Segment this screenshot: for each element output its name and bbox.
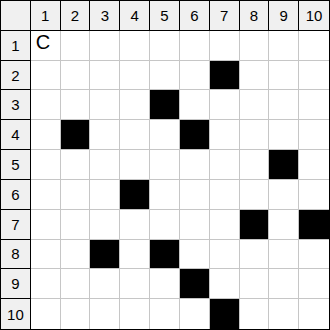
letter-cell-r1c1[interactable]: C [31, 31, 61, 61]
row-header-2[interactable]: 2 [1, 61, 31, 91]
grid-cell-r3c6[interactable] [180, 90, 210, 120]
grid-cell-r5c7[interactable] [210, 150, 240, 180]
black-cell-r9c6[interactable] [180, 269, 210, 299]
grid-cell-r5c10[interactable] [299, 150, 329, 180]
grid-cell-r1c7[interactable] [210, 31, 240, 61]
row-header-9[interactable]: 9 [1, 269, 31, 299]
col-header-1[interactable]: 1 [31, 1, 61, 31]
grid-cell-r2c6[interactable] [180, 61, 210, 91]
grid-cell-r9c10[interactable] [299, 269, 329, 299]
grid-cell-r6c5[interactable] [150, 180, 180, 210]
grid-cell-r2c10[interactable] [299, 61, 329, 91]
grid-cell-r2c1[interactable] [31, 61, 61, 91]
col-header-5[interactable]: 5 [150, 1, 180, 31]
grid-cell-r9c4[interactable] [120, 269, 150, 299]
grid-cell-r7c7[interactable] [210, 210, 240, 240]
grid-cell-r10c4[interactable] [120, 299, 150, 329]
grid-cell-r7c6[interactable] [180, 210, 210, 240]
grid-cell-r6c6[interactable] [180, 180, 210, 210]
grid-cell-r8c7[interactable] [210, 240, 240, 270]
grid-cell-r5c1[interactable] [31, 150, 61, 180]
grid-cell-r8c4[interactable] [120, 240, 150, 270]
grid-cell-r3c10[interactable] [299, 90, 329, 120]
row-header-3[interactable]: 3 [1, 90, 31, 120]
grid-cell-r8c1[interactable] [31, 240, 61, 270]
grid-cell-r4c5[interactable] [150, 120, 180, 150]
grid-cell-r6c1[interactable] [31, 180, 61, 210]
col-header-2[interactable]: 2 [61, 1, 91, 31]
grid-cell-r7c3[interactable] [90, 210, 120, 240]
grid-cell-r7c4[interactable] [120, 210, 150, 240]
col-header-9[interactable]: 9 [269, 1, 299, 31]
grid-cell-r8c2[interactable] [61, 240, 91, 270]
grid-cell-r6c10[interactable] [299, 180, 329, 210]
grid-cell-r6c3[interactable] [90, 180, 120, 210]
black-cell-r2c7[interactable] [210, 61, 240, 91]
grid-cell-r5c3[interactable] [90, 150, 120, 180]
grid-cell-r4c7[interactable] [210, 120, 240, 150]
grid-cell-r1c8[interactable] [240, 31, 270, 61]
grid-cell-r3c4[interactable] [120, 90, 150, 120]
grid-cell-r7c9[interactable] [269, 210, 299, 240]
grid-cell-r8c10[interactable] [299, 240, 329, 270]
grid-cell-r10c10[interactable] [299, 299, 329, 329]
grid-cell-r10c5[interactable] [150, 299, 180, 329]
grid-cell-r8c6[interactable] [180, 240, 210, 270]
grid-cell-r4c1[interactable] [31, 120, 61, 150]
grid-cell-r6c9[interactable] [269, 180, 299, 210]
black-cell-r8c5[interactable] [150, 240, 180, 270]
grid-cell-r2c5[interactable] [150, 61, 180, 91]
row-header-5[interactable]: 5 [1, 150, 31, 180]
row-header-7[interactable]: 7 [1, 210, 31, 240]
black-cell-r7c8[interactable] [240, 210, 270, 240]
grid-cell-r5c6[interactable] [180, 150, 210, 180]
grid-cell-r4c3[interactable] [90, 120, 120, 150]
grid-cell-r7c1[interactable] [31, 210, 61, 240]
grid-cell-r3c8[interactable] [240, 90, 270, 120]
grid-cell-r10c3[interactable] [90, 299, 120, 329]
grid-cell-r1c6[interactable] [180, 31, 210, 61]
puzzle-board: 123456789101C2345678910 [0, 0, 330, 330]
grid-cell-r10c2[interactable] [61, 299, 91, 329]
grid-cell-r4c4[interactable] [120, 120, 150, 150]
grid-cell-r10c1[interactable] [31, 299, 61, 329]
row-header-4[interactable]: 4 [1, 120, 31, 150]
grid-cell-r5c5[interactable] [150, 150, 180, 180]
grid-cell-r1c4[interactable] [120, 31, 150, 61]
grid-cell-r6c7[interactable] [210, 180, 240, 210]
black-cell-r4c2[interactable] [61, 120, 91, 150]
grid-cell-r1c5[interactable] [150, 31, 180, 61]
black-cell-r4c6[interactable] [180, 120, 210, 150]
grid-cell-r2c9[interactable] [269, 61, 299, 91]
black-cell-r5c9[interactable] [269, 150, 299, 180]
grid-cell-r9c2[interactable] [61, 269, 91, 299]
grid-cell-r8c8[interactable] [240, 240, 270, 270]
row-header-1[interactable]: 1 [1, 31, 31, 61]
grid-cell-r3c2[interactable] [61, 90, 91, 120]
grid-cell-r5c4[interactable] [120, 150, 150, 180]
grid-cell-r2c4[interactable] [120, 61, 150, 91]
grid-cell-r10c8[interactable] [240, 299, 270, 329]
black-cell-r7c10[interactable] [299, 210, 329, 240]
row-header-8[interactable]: 8 [1, 240, 31, 270]
grid-cell-r9c8[interactable] [240, 269, 270, 299]
grid-cell-r4c8[interactable] [240, 120, 270, 150]
grid-cell-r3c3[interactable] [90, 90, 120, 120]
grid-cell-r3c7[interactable] [210, 90, 240, 120]
grid-cell-r9c1[interactable] [31, 269, 61, 299]
grid-cell-r10c6[interactable] [180, 299, 210, 329]
grid-cell-r1c10[interactable] [299, 31, 329, 61]
grid-cell-r2c8[interactable] [240, 61, 270, 91]
grid-cell-r5c8[interactable] [240, 150, 270, 180]
grid-cell-r6c8[interactable] [240, 180, 270, 210]
grid-cell-r9c9[interactable] [269, 269, 299, 299]
col-header-7[interactable]: 7 [210, 1, 240, 31]
black-cell-r6c4[interactable] [120, 180, 150, 210]
black-cell-r10c7[interactable] [210, 299, 240, 329]
grid-cell-r1c3[interactable] [90, 31, 120, 61]
grid-cell-r7c2[interactable] [61, 210, 91, 240]
black-cell-r3c5[interactable] [150, 90, 180, 120]
grid-cell-r10c9[interactable] [269, 299, 299, 329]
grid-cell-r1c2[interactable] [61, 31, 91, 61]
grid-cell-r4c9[interactable] [269, 120, 299, 150]
grid-cell-r4c10[interactable] [299, 120, 329, 150]
grid-cell-r1c9[interactable] [269, 31, 299, 61]
grid-cell-r5c2[interactable] [61, 150, 91, 180]
grid-cell-r3c9[interactable] [269, 90, 299, 120]
black-cell-r8c3[interactable] [90, 240, 120, 270]
grid-cell-r8c9[interactable] [269, 240, 299, 270]
row-header-10[interactable]: 10 [1, 299, 31, 329]
col-header-6[interactable]: 6 [180, 1, 210, 31]
grid-cell-r2c3[interactable] [90, 61, 120, 91]
col-header-3[interactable]: 3 [90, 1, 120, 31]
grid-cell-r9c3[interactable] [90, 269, 120, 299]
grid-cell-r6c2[interactable] [61, 180, 91, 210]
col-header-8[interactable]: 8 [240, 1, 270, 31]
grid-cell-r7c5[interactable] [150, 210, 180, 240]
grid-cell-r9c5[interactable] [150, 269, 180, 299]
grid-cell-r9c7[interactable] [210, 269, 240, 299]
col-header-10[interactable]: 10 [299, 1, 329, 31]
col-header-4[interactable]: 4 [120, 1, 150, 31]
grid-cell-r2c2[interactable] [61, 61, 91, 91]
row-header-6[interactable]: 6 [1, 180, 31, 210]
grid-cell-r3c1[interactable] [31, 90, 61, 120]
corner-header[interactable] [1, 1, 31, 31]
